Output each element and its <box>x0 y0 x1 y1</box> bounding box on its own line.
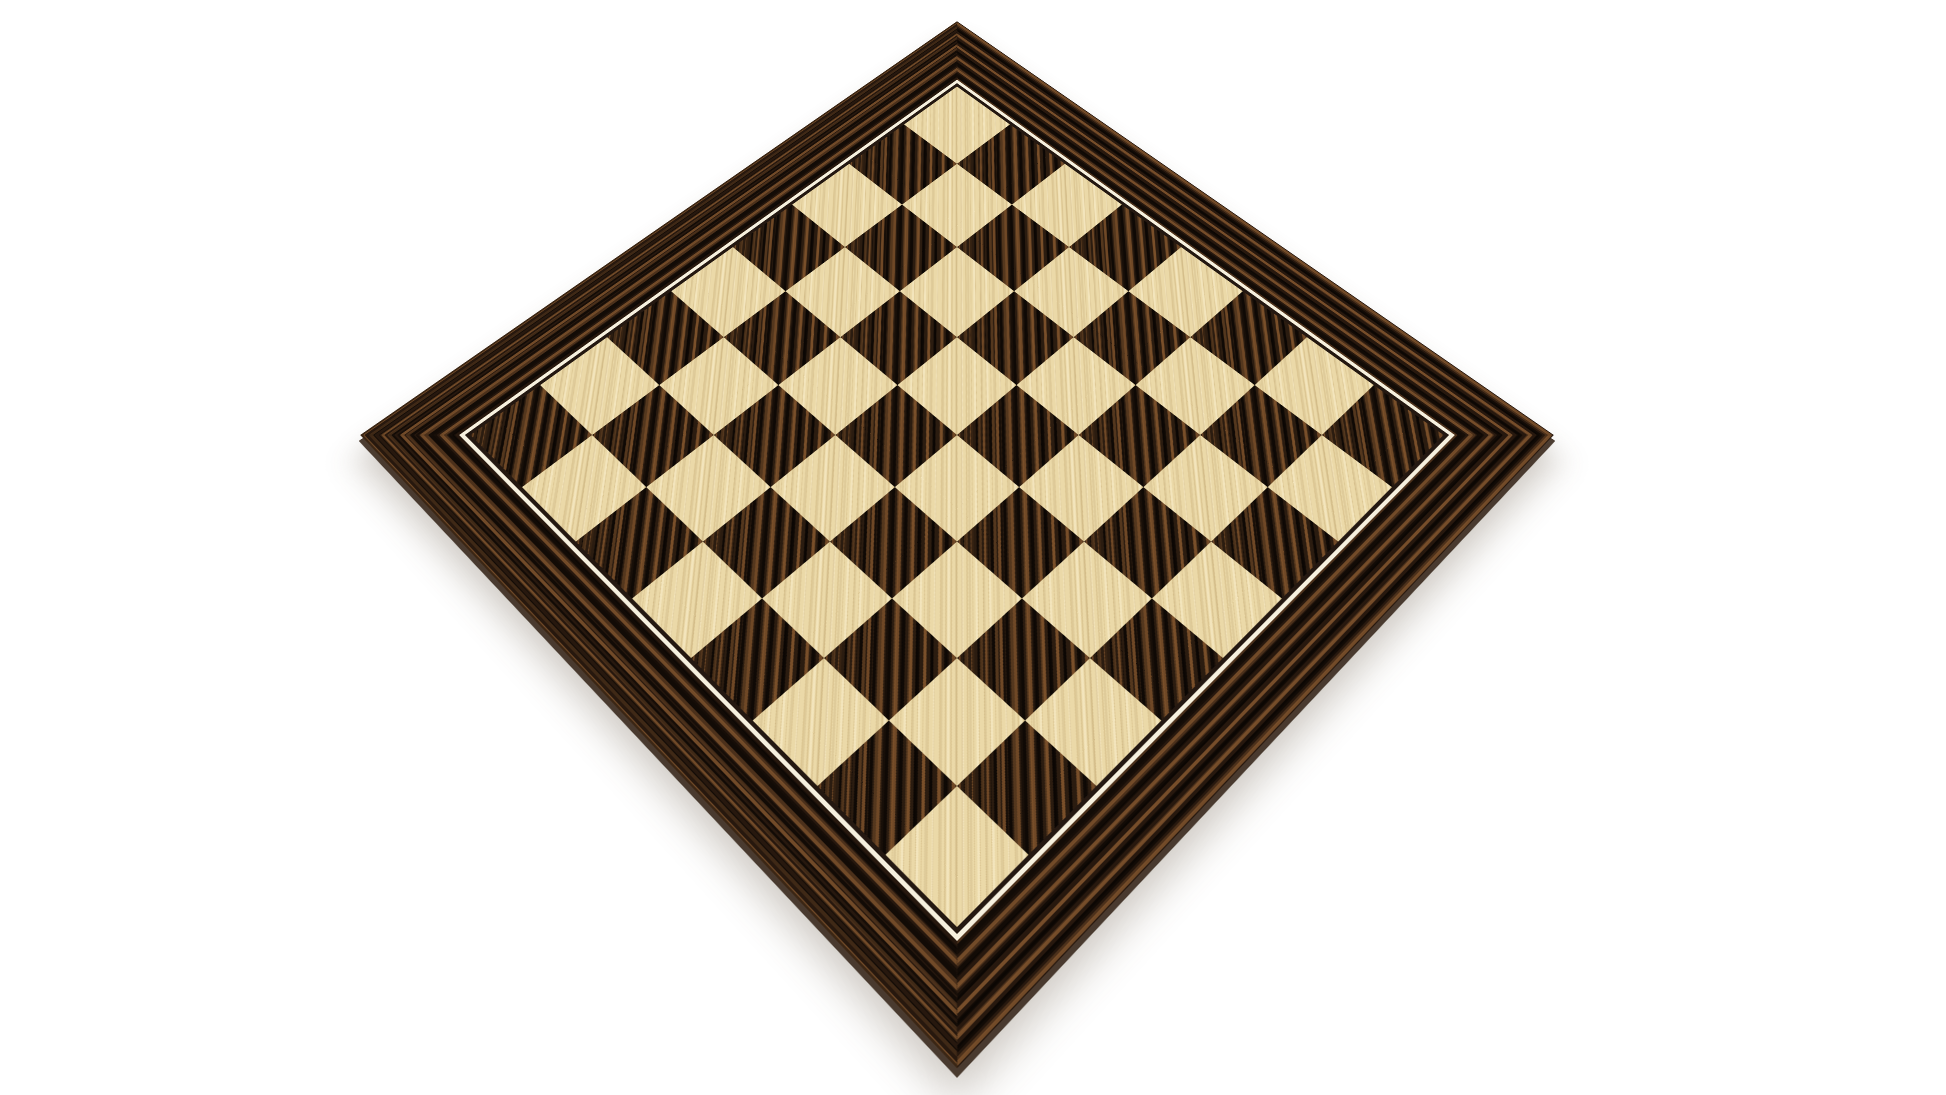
playing-field <box>471 87 1444 928</box>
maple-inlay-line <box>459 80 1455 941</box>
chess-board <box>360 21 1554 1068</box>
dark-separator-line <box>465 83 1449 934</box>
product-photo-canvas <box>0 0 1946 1095</box>
